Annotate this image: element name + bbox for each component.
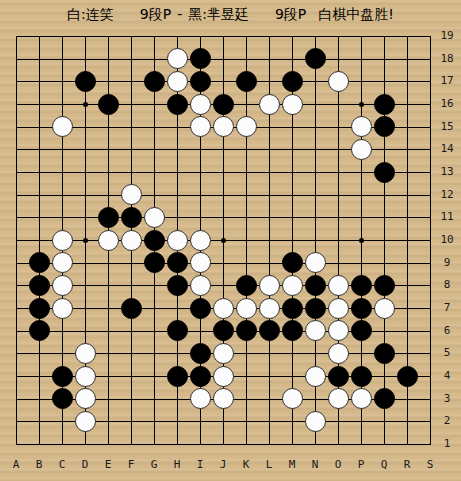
row-label-19: 19 xyxy=(436,29,458,42)
stone-black xyxy=(374,388,395,409)
stone-black xyxy=(236,71,257,92)
stone-white xyxy=(305,320,326,341)
row-label-15: 15 xyxy=(436,120,458,133)
stone-black xyxy=(374,116,395,137)
stone-white xyxy=(75,411,96,432)
column-label-F: F xyxy=(122,458,140,471)
row-label-7: 7 xyxy=(436,301,458,314)
stone-black xyxy=(190,298,211,319)
column-label-N: N xyxy=(306,458,324,471)
row-label-9: 9 xyxy=(436,256,458,269)
row-label-17: 17 xyxy=(436,74,458,87)
stone-black xyxy=(236,320,257,341)
grid-hline xyxy=(16,263,431,264)
star-point xyxy=(83,238,88,243)
stone-white xyxy=(75,343,96,364)
stone-white xyxy=(305,252,326,273)
stone-white xyxy=(328,275,349,296)
stone-white xyxy=(328,71,349,92)
stone-black xyxy=(328,366,349,387)
stone-white xyxy=(144,207,165,228)
stone-black xyxy=(167,366,188,387)
stone-white xyxy=(190,230,211,251)
star-point xyxy=(359,238,364,243)
stone-white xyxy=(52,298,73,319)
stone-black xyxy=(190,366,211,387)
stone-white xyxy=(52,230,73,251)
stone-white xyxy=(75,366,96,387)
stone-white xyxy=(351,116,372,137)
column-label-L: L xyxy=(260,458,278,471)
stone-black xyxy=(351,366,372,387)
stone-black xyxy=(167,320,188,341)
stone-black xyxy=(29,320,50,341)
stone-black xyxy=(167,275,188,296)
stone-white xyxy=(305,366,326,387)
column-label-R: R xyxy=(398,458,416,471)
stone-black xyxy=(167,252,188,273)
column-label-C: C xyxy=(53,458,71,471)
stone-black xyxy=(167,94,188,115)
row-label-4: 4 xyxy=(436,369,458,382)
column-label-H: H xyxy=(168,458,186,471)
column-label-K: K xyxy=(237,458,255,471)
stone-black xyxy=(75,71,96,92)
stone-black xyxy=(305,298,326,319)
stone-white xyxy=(190,388,211,409)
stone-white xyxy=(167,230,188,251)
column-label-S: S xyxy=(421,458,439,471)
stone-black xyxy=(351,275,372,296)
stone-black xyxy=(397,366,418,387)
grid-hline xyxy=(16,444,431,445)
row-label-6: 6 xyxy=(436,324,458,337)
row-label-5: 5 xyxy=(436,346,458,359)
stone-black xyxy=(259,320,280,341)
stone-white xyxy=(259,275,280,296)
stone-black xyxy=(98,207,119,228)
stone-white xyxy=(213,366,234,387)
stone-black xyxy=(374,94,395,115)
stone-black xyxy=(282,252,303,273)
stone-white xyxy=(167,48,188,69)
row-label-16: 16 xyxy=(436,97,458,110)
stone-black xyxy=(213,94,234,115)
stone-black xyxy=(351,320,372,341)
column-label-O: O xyxy=(329,458,347,471)
row-label-10: 10 xyxy=(436,233,458,246)
stone-white xyxy=(213,343,234,364)
star-point xyxy=(83,102,88,107)
stone-white xyxy=(282,94,303,115)
stone-black xyxy=(374,162,395,183)
stone-black xyxy=(121,298,142,319)
stone-white xyxy=(328,298,349,319)
stone-black xyxy=(282,298,303,319)
row-label-14: 14 xyxy=(436,142,458,155)
stone-white xyxy=(328,343,349,364)
stone-black xyxy=(52,366,73,387)
stone-white xyxy=(121,184,142,205)
row-label-2: 2 xyxy=(436,414,458,427)
stone-white xyxy=(167,71,188,92)
stone-white xyxy=(259,298,280,319)
stone-white xyxy=(351,139,372,160)
stone-white xyxy=(374,298,395,319)
stone-white xyxy=(98,230,119,251)
stone-black xyxy=(374,275,395,296)
column-label-B: B xyxy=(30,458,48,471)
stone-white xyxy=(328,388,349,409)
stone-white xyxy=(282,275,303,296)
stone-black xyxy=(374,343,395,364)
stone-white xyxy=(190,275,211,296)
stone-white xyxy=(190,116,211,137)
row-label-1: 1 xyxy=(436,437,458,450)
stone-black xyxy=(190,48,211,69)
stone-white xyxy=(351,388,372,409)
stone-white xyxy=(52,252,73,273)
stone-black xyxy=(144,230,165,251)
column-label-D: D xyxy=(76,458,94,471)
stone-black xyxy=(29,252,50,273)
go-board[interactable]: ABCDEFGHIJKLMNOPQRS191817161514131211109… xyxy=(0,0,461,481)
column-label-G: G xyxy=(145,458,163,471)
column-label-M: M xyxy=(283,458,301,471)
stone-black xyxy=(190,71,211,92)
row-label-13: 13 xyxy=(436,165,458,178)
stone-white xyxy=(213,298,234,319)
stone-black xyxy=(190,343,211,364)
stone-white xyxy=(121,230,142,251)
stone-black xyxy=(121,207,142,228)
stone-black xyxy=(282,71,303,92)
grid-vline xyxy=(430,36,431,445)
stone-white xyxy=(190,94,211,115)
stone-black xyxy=(213,320,234,341)
row-label-8: 8 xyxy=(436,278,458,291)
stone-white xyxy=(190,252,211,273)
row-label-12: 12 xyxy=(436,188,458,201)
stone-white xyxy=(213,116,234,137)
stone-black xyxy=(282,320,303,341)
column-label-A: A xyxy=(7,458,25,471)
stone-white xyxy=(282,388,303,409)
stone-white xyxy=(328,320,349,341)
stone-black xyxy=(29,298,50,319)
stone-white xyxy=(305,411,326,432)
stone-white xyxy=(75,388,96,409)
stone-black xyxy=(236,275,257,296)
stone-white xyxy=(259,94,280,115)
stone-white xyxy=(236,298,257,319)
column-label-E: E xyxy=(99,458,117,471)
stone-white xyxy=(52,116,73,137)
stone-black xyxy=(98,94,119,115)
stone-white xyxy=(236,116,257,137)
row-label-11: 11 xyxy=(436,210,458,223)
column-label-I: I xyxy=(191,458,209,471)
stone-black xyxy=(144,71,165,92)
row-label-18: 18 xyxy=(436,52,458,65)
stone-black xyxy=(305,275,326,296)
stone-black xyxy=(351,298,372,319)
stone-black xyxy=(52,388,73,409)
star-point xyxy=(221,238,226,243)
stone-white xyxy=(52,275,73,296)
column-label-J: J xyxy=(214,458,232,471)
go-app-window: 白:连笑9段P-黑:芈昱廷9段P白棋中盘胜! ABCDEFGHIJKLMNOPQ… xyxy=(0,0,461,481)
grid-vline xyxy=(246,36,247,445)
row-label-3: 3 xyxy=(436,392,458,405)
column-label-Q: Q xyxy=(375,458,393,471)
stone-black xyxy=(305,48,326,69)
column-label-P: P xyxy=(352,458,370,471)
stone-white xyxy=(213,388,234,409)
star-point xyxy=(359,102,364,107)
stone-black xyxy=(144,252,165,273)
stone-black xyxy=(29,275,50,296)
